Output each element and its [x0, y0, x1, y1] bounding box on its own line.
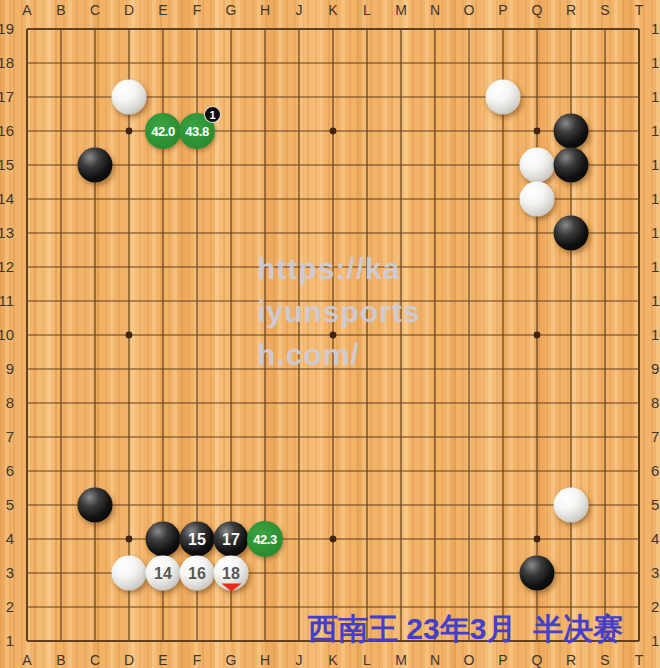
black-stone[interactable] [78, 148, 113, 183]
row-label-left: 10 [0, 327, 14, 343]
row-label-right: 12 [651, 259, 660, 275]
col-label-top: B [51, 2, 71, 18]
row-label-right: 15 [651, 157, 660, 173]
black-stone[interactable] [554, 148, 589, 183]
black-stone[interactable]: 17 [214, 522, 249, 557]
row-label-left: 18 [0, 55, 14, 71]
row-label-right: 19 [651, 21, 660, 37]
move-number: 15 [188, 530, 206, 548]
row-label-right: 18 [651, 55, 660, 71]
row-label-left: 3 [6, 565, 14, 581]
col-label-bottom: J [289, 652, 309, 668]
col-label-bottom: L [357, 652, 377, 668]
black-stone[interactable] [554, 216, 589, 251]
col-label-top: A [17, 2, 37, 18]
col-label-top: Q [527, 2, 547, 18]
event-caption: 西南王 23年3月 半决赛 [308, 609, 623, 650]
row-label-right: 9 [651, 361, 659, 377]
white-stone[interactable] [112, 556, 147, 591]
row-label-right: 14 [651, 191, 660, 207]
row-label-left: 1 [6, 633, 14, 649]
col-label-bottom: D [119, 652, 139, 668]
row-label-right: 8 [651, 395, 659, 411]
white-stone[interactable] [112, 80, 147, 115]
move-number: 16 [188, 564, 206, 582]
col-label-bottom: R [561, 652, 581, 668]
row-label-right: 4 [651, 531, 659, 547]
go-analysis-board[interactable]: https://kaiyunsportsh.com/ 西南王 23年3月 半决赛… [0, 0, 660, 668]
col-label-bottom: A [17, 652, 37, 668]
col-label-bottom: Q [527, 652, 547, 668]
black-stone[interactable] [78, 488, 113, 523]
row-label-left: 6 [6, 463, 14, 479]
col-label-bottom: F [187, 652, 207, 668]
row-label-left: 4 [6, 531, 14, 547]
col-label-bottom: N [425, 652, 445, 668]
col-label-top: O [459, 2, 479, 18]
black-stone[interactable] [520, 556, 555, 591]
row-label-right: 16 [651, 123, 660, 139]
row-label-left: 16 [0, 123, 14, 139]
col-label-top: H [255, 2, 275, 18]
row-label-right: 5 [651, 497, 659, 513]
col-label-top: S [595, 2, 615, 18]
move-number: 14 [154, 564, 172, 582]
row-label-left: 11 [0, 293, 14, 309]
row-label-left: 9 [6, 361, 14, 377]
col-label-top: D [119, 2, 139, 18]
black-stone[interactable] [146, 522, 181, 557]
suggestion-circle[interactable]: 42.0 [145, 113, 181, 149]
col-label-top: R [561, 2, 581, 18]
white-stone[interactable] [554, 488, 589, 523]
row-label-left: 8 [6, 395, 14, 411]
row-label-left: 14 [0, 191, 14, 207]
col-label-top: P [493, 2, 513, 18]
row-label-left: 2 [6, 599, 14, 615]
move-number: 17 [222, 530, 240, 548]
suggestion-circle[interactable]: 42.3 [247, 521, 283, 557]
white-stone[interactable] [520, 182, 555, 217]
row-label-right: 1 [651, 633, 659, 649]
winrate-label: 42.0 [151, 124, 174, 139]
col-label-top: K [323, 2, 343, 18]
col-label-top: F [187, 2, 207, 18]
col-label-bottom: K [323, 652, 343, 668]
black-stone[interactable] [554, 114, 589, 149]
row-label-right: 11 [651, 293, 660, 309]
col-label-top: L [357, 2, 377, 18]
col-label-top: N [425, 2, 445, 18]
winrate-label: 43.8 [185, 124, 208, 139]
col-label-top: G [221, 2, 241, 18]
row-label-left: 13 [0, 225, 14, 241]
last-move-marker [221, 584, 241, 592]
move-number: 18 [222, 564, 240, 582]
col-label-bottom: P [493, 652, 513, 668]
white-stone[interactable]: 14 [146, 556, 181, 591]
row-label-right: 7 [651, 429, 659, 445]
black-stone[interactable]: 15 [180, 522, 215, 557]
row-label-right: 13 [651, 225, 660, 241]
white-stone[interactable] [486, 80, 521, 115]
watermark: https://kaiyunsportsh.com/ [257, 247, 420, 376]
col-label-bottom: O [459, 652, 479, 668]
winrate-label: 42.3 [253, 532, 276, 547]
col-label-bottom: E [153, 652, 173, 668]
white-stone[interactable]: 18 [214, 556, 249, 591]
white-stone[interactable]: 16 [180, 556, 215, 591]
row-label-right: 17 [651, 89, 660, 105]
row-label-left: 19 [0, 21, 14, 37]
row-label-left: 12 [0, 259, 14, 275]
col-label-bottom: C [85, 652, 105, 668]
row-label-right: 10 [651, 327, 660, 343]
col-label-top: C [85, 2, 105, 18]
row-label-left: 5 [6, 497, 14, 513]
col-label-top: T [629, 2, 649, 18]
col-label-bottom: B [51, 652, 71, 668]
row-label-right: 2 [651, 599, 659, 615]
col-label-top: M [391, 2, 411, 18]
col-label-top: E [153, 2, 173, 18]
row-label-left: 15 [0, 157, 14, 173]
col-label-bottom: H [255, 652, 275, 668]
col-label-bottom: S [595, 652, 615, 668]
row-label-right: 6 [651, 463, 659, 479]
row-label-left: 7 [6, 429, 14, 445]
col-label-bottom: M [391, 652, 411, 668]
col-label-bottom: G [221, 652, 241, 668]
row-label-left: 17 [0, 89, 14, 105]
suggestion-circle[interactable]: 43.81 [179, 113, 215, 149]
col-label-top: J [289, 2, 309, 18]
white-stone[interactable] [520, 148, 555, 183]
row-label-right: 3 [651, 565, 659, 581]
move-order-badge: 1 [204, 106, 221, 123]
col-label-bottom: T [629, 652, 649, 668]
